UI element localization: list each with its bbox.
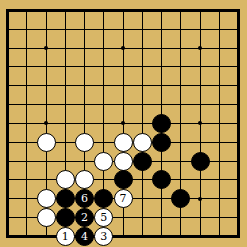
intersection-2-2 bbox=[36, 39, 55, 58]
intersection-4-4 bbox=[75, 76, 94, 95]
grid-line-v bbox=[46, 227, 47, 236]
go-board: 6725143 bbox=[0, 1, 247, 246]
grid-line-v bbox=[219, 227, 220, 236]
intersection-2-10 bbox=[36, 189, 55, 208]
intersection-4-3 bbox=[75, 58, 94, 77]
grid-line-v bbox=[103, 133, 104, 152]
grid-line-v bbox=[7, 76, 8, 95]
move-4-black-stone: 4 bbox=[75, 227, 94, 246]
intersection-7-4 bbox=[133, 76, 152, 95]
intersection-2-8 bbox=[36, 152, 55, 171]
intersection-12-7 bbox=[229, 133, 247, 152]
grid-line-v bbox=[142, 95, 143, 114]
grid-line-v bbox=[238, 189, 239, 208]
intersection-12-1 bbox=[229, 20, 247, 39]
intersection-9-2 bbox=[171, 39, 190, 58]
grid-line-v bbox=[123, 95, 124, 114]
grid-line-v bbox=[84, 39, 85, 58]
grid-line-v bbox=[180, 39, 181, 58]
intersection-7-9 bbox=[133, 171, 152, 190]
grid-line-v bbox=[180, 10, 181, 19]
intersection-6-7 bbox=[113, 133, 132, 152]
grid-line-v bbox=[180, 208, 181, 227]
intersection-11-6 bbox=[210, 114, 229, 133]
intersection-3-7 bbox=[56, 133, 75, 152]
intersection-0-5 bbox=[0, 95, 17, 114]
grid-line-v bbox=[7, 95, 8, 114]
star-point bbox=[121, 121, 125, 125]
intersection-7-6 bbox=[133, 114, 152, 133]
grid-line-v bbox=[219, 95, 220, 114]
intersection-11-7 bbox=[210, 133, 229, 152]
intersection-10-0 bbox=[190, 1, 209, 20]
grid-line-v bbox=[161, 208, 162, 227]
intersection-1-0 bbox=[17, 1, 36, 20]
grid-line-v bbox=[219, 58, 220, 77]
intersection-9-4 bbox=[171, 76, 190, 95]
grid-line-v bbox=[219, 114, 220, 133]
intersection-10-3 bbox=[190, 58, 209, 77]
intersection-5-6 bbox=[94, 114, 113, 133]
intersection-1-7 bbox=[17, 133, 36, 152]
grid-line-h bbox=[8, 123, 18, 124]
intersection-12-5 bbox=[229, 95, 247, 114]
grid-line-v bbox=[123, 58, 124, 77]
grid-line-v bbox=[219, 208, 220, 227]
intersection-10-1 bbox=[190, 20, 209, 39]
grid-line-v bbox=[7, 152, 8, 171]
grid-line-v bbox=[26, 133, 27, 152]
intersection-7-11 bbox=[133, 208, 152, 227]
intersection-1-6 bbox=[17, 114, 36, 133]
intersection-2-12 bbox=[36, 227, 55, 246]
grid-line-v bbox=[46, 10, 47, 19]
intersection-6-0 bbox=[113, 1, 132, 20]
grid-line-v bbox=[238, 20, 239, 39]
grid-line-v bbox=[103, 10, 104, 19]
grid-line-v bbox=[84, 95, 85, 114]
intersection-8-1 bbox=[152, 20, 171, 39]
grid-line-v bbox=[103, 114, 104, 133]
intersection-5-1 bbox=[94, 20, 113, 39]
star-point bbox=[198, 197, 202, 201]
white-stone bbox=[37, 133, 56, 152]
grid-line-v bbox=[46, 20, 47, 39]
intersection-5-11: 5 bbox=[94, 208, 113, 227]
grid-line-v bbox=[123, 208, 124, 227]
grid-line-v bbox=[7, 58, 8, 77]
grid-line-v bbox=[65, 20, 66, 39]
intersection-3-6 bbox=[56, 114, 75, 133]
grid-line-v bbox=[26, 76, 27, 95]
intersection-9-7 bbox=[171, 133, 190, 152]
intersection-3-0 bbox=[56, 1, 75, 20]
white-stone bbox=[94, 152, 113, 171]
grid-line-v bbox=[46, 152, 47, 171]
intersection-1-12 bbox=[17, 227, 36, 246]
intersection-10-9 bbox=[190, 171, 209, 190]
grid-line-v bbox=[180, 20, 181, 39]
grid-line-v bbox=[103, 95, 104, 114]
intersection-9-3 bbox=[171, 58, 190, 77]
intersection-12-11 bbox=[229, 208, 247, 227]
grid-line-v bbox=[180, 152, 181, 171]
intersection-4-6 bbox=[75, 114, 94, 133]
grid-line-v bbox=[219, 10, 220, 19]
grid-line-v bbox=[200, 227, 201, 236]
grid-line-v bbox=[84, 152, 85, 171]
black-stone bbox=[152, 133, 171, 152]
grid-line-v bbox=[26, 208, 27, 227]
intersection-4-5 bbox=[75, 95, 94, 114]
intersection-6-5 bbox=[113, 95, 132, 114]
intersection-1-10 bbox=[17, 189, 36, 208]
intersection-7-3 bbox=[133, 58, 152, 77]
grid-line-v bbox=[142, 171, 143, 190]
move-5-white-stone: 5 bbox=[94, 208, 113, 227]
grid-line-v bbox=[65, 10, 66, 19]
intersection-5-3 bbox=[94, 58, 113, 77]
intersection-2-1 bbox=[36, 20, 55, 39]
grid-line-v bbox=[7, 39, 8, 58]
black-stone bbox=[56, 189, 75, 208]
grid-line-v bbox=[103, 76, 104, 95]
intersection-6-4 bbox=[113, 76, 132, 95]
grid-line-h bbox=[8, 29, 18, 30]
black-stone bbox=[191, 152, 210, 171]
grid-line-v bbox=[26, 152, 27, 171]
intersection-2-4 bbox=[36, 76, 55, 95]
grid-line-v bbox=[26, 39, 27, 58]
intersection-0-12 bbox=[0, 227, 17, 246]
grid-line-h bbox=[8, 198, 18, 199]
grid-line-v bbox=[142, 114, 143, 133]
intersection-3-11 bbox=[56, 208, 75, 227]
intersection-7-12 bbox=[133, 227, 152, 246]
grid-line-v bbox=[65, 76, 66, 95]
grid-line-v bbox=[219, 76, 220, 95]
grid-line-v bbox=[200, 10, 201, 19]
black-stone bbox=[133, 152, 152, 171]
intersection-7-8 bbox=[133, 152, 152, 171]
intersection-11-3 bbox=[210, 58, 229, 77]
intersection-2-7 bbox=[36, 133, 55, 152]
intersection-1-2 bbox=[17, 39, 36, 58]
intersection-2-5 bbox=[36, 95, 55, 114]
intersection-6-12 bbox=[113, 227, 132, 246]
grid-line-v bbox=[123, 10, 124, 19]
intersection-6-2 bbox=[113, 39, 132, 58]
grid-line-v bbox=[142, 20, 143, 39]
grid-line-v bbox=[46, 58, 47, 77]
grid-line-v bbox=[84, 10, 85, 19]
grid-line-v bbox=[7, 171, 8, 190]
intersection-11-1 bbox=[210, 20, 229, 39]
intersection-8-12 bbox=[152, 227, 171, 246]
intersection-9-12 bbox=[171, 227, 190, 246]
grid-line-v bbox=[161, 152, 162, 171]
grid-line-v bbox=[26, 171, 27, 190]
intersection-11-5 bbox=[210, 95, 229, 114]
white-stone bbox=[37, 189, 56, 208]
grid-line-v bbox=[142, 208, 143, 227]
intersection-0-10 bbox=[0, 189, 17, 208]
intersection-8-9 bbox=[152, 171, 171, 190]
grid-line-v bbox=[219, 189, 220, 208]
intersection-0-0 bbox=[0, 1, 17, 20]
intersection-11-11 bbox=[210, 208, 229, 227]
grid-line-v bbox=[200, 76, 201, 95]
intersection-7-7 bbox=[133, 133, 152, 152]
intersection-6-1 bbox=[113, 20, 132, 39]
star-point bbox=[198, 121, 202, 125]
grid-line-v bbox=[200, 171, 201, 190]
intersection-4-7 bbox=[75, 133, 94, 152]
grid-line-v bbox=[84, 76, 85, 95]
intersection-5-9 bbox=[94, 171, 113, 190]
grid-line-v bbox=[7, 20, 8, 39]
intersection-3-1 bbox=[56, 20, 75, 39]
grid-line-v bbox=[238, 10, 239, 19]
white-stone bbox=[56, 170, 75, 189]
grid-line-v bbox=[238, 133, 239, 152]
intersection-4-11: 2 bbox=[75, 208, 94, 227]
grid-line-h bbox=[8, 85, 18, 86]
grid-line-v bbox=[7, 10, 8, 19]
intersection-8-0 bbox=[152, 1, 171, 20]
grid-line-v bbox=[200, 133, 201, 152]
intersection-6-8 bbox=[113, 152, 132, 171]
move-3-white-stone: 3 bbox=[94, 227, 113, 246]
grid-line-v bbox=[123, 76, 124, 95]
intersection-3-9 bbox=[56, 171, 75, 190]
grid-line-v bbox=[142, 39, 143, 58]
white-stone bbox=[75, 170, 94, 189]
grid-line-h bbox=[8, 66, 18, 67]
intersection-4-0 bbox=[75, 1, 94, 20]
intersection-8-5 bbox=[152, 95, 171, 114]
grid-line-h bbox=[8, 217, 18, 218]
grid-line-v bbox=[238, 58, 239, 77]
intersection-0-1 bbox=[0, 20, 17, 39]
grid-line-v bbox=[180, 133, 181, 152]
grid-line-v bbox=[7, 114, 8, 133]
grid-line-v bbox=[238, 95, 239, 114]
grid-line-v bbox=[26, 227, 27, 236]
intersection-2-11 bbox=[36, 208, 55, 227]
white-stone bbox=[75, 133, 94, 152]
grid-line-v bbox=[142, 227, 143, 236]
grid-line-v bbox=[84, 114, 85, 133]
grid-line-h bbox=[8, 142, 18, 143]
grid-line-v bbox=[142, 76, 143, 95]
intersection-4-9 bbox=[75, 171, 94, 190]
intersection-0-8 bbox=[0, 152, 17, 171]
grid-line-v bbox=[26, 95, 27, 114]
intersection-3-12: 1 bbox=[56, 227, 75, 246]
intersection-8-8 bbox=[152, 152, 171, 171]
intersection-1-1 bbox=[17, 20, 36, 39]
intersection-1-11 bbox=[17, 208, 36, 227]
grid-line-h bbox=[8, 236, 18, 237]
black-stone bbox=[114, 170, 133, 189]
intersection-0-9 bbox=[0, 171, 17, 190]
intersection-0-3 bbox=[0, 58, 17, 77]
intersection-9-1 bbox=[171, 20, 190, 39]
grid-line-v bbox=[200, 95, 201, 114]
grid-line-v bbox=[142, 10, 143, 19]
intersection-11-9 bbox=[210, 171, 229, 190]
grid-line-v bbox=[26, 189, 27, 208]
intersection-8-6 bbox=[152, 114, 171, 133]
grid-line-v bbox=[238, 171, 239, 190]
grid-line-v bbox=[65, 152, 66, 171]
grid-line-v bbox=[180, 227, 181, 236]
intersection-4-12: 4 bbox=[75, 227, 94, 246]
intersection-1-8 bbox=[17, 152, 36, 171]
intersection-1-4 bbox=[17, 76, 36, 95]
grid-line-v bbox=[238, 227, 239, 236]
grid-line-v bbox=[103, 20, 104, 39]
grid-line-v bbox=[219, 133, 220, 152]
intersection-12-10 bbox=[229, 189, 247, 208]
intersection-8-4 bbox=[152, 76, 171, 95]
intersection-12-4 bbox=[229, 76, 247, 95]
intersection-3-5 bbox=[56, 95, 75, 114]
white-stone bbox=[114, 152, 133, 171]
black-stone bbox=[94, 189, 113, 208]
intersection-3-8 bbox=[56, 152, 75, 171]
intersection-5-12: 3 bbox=[94, 227, 113, 246]
grid-line-v bbox=[161, 76, 162, 95]
star-point bbox=[198, 46, 202, 50]
intersection-0-2 bbox=[0, 39, 17, 58]
grid-line-v bbox=[7, 208, 8, 227]
intersection-3-3 bbox=[56, 58, 75, 77]
grid-line-v bbox=[161, 39, 162, 58]
intersection-4-1 bbox=[75, 20, 94, 39]
grid-line-h bbox=[8, 48, 18, 49]
intersection-9-10 bbox=[171, 189, 190, 208]
grid-line-v bbox=[238, 152, 239, 171]
grid-line-v bbox=[219, 152, 220, 171]
intersection-8-2 bbox=[152, 39, 171, 58]
grid-line-v bbox=[219, 171, 220, 190]
intersection-6-11 bbox=[113, 208, 132, 227]
grid-line-v bbox=[180, 76, 181, 95]
grid-line-v bbox=[142, 58, 143, 77]
intersection-12-2 bbox=[229, 39, 247, 58]
intersection-6-9 bbox=[113, 171, 132, 190]
grid-line-v bbox=[65, 58, 66, 77]
intersection-12-6 bbox=[229, 114, 247, 133]
intersection-3-10 bbox=[56, 189, 75, 208]
intersection-9-5 bbox=[171, 95, 190, 114]
intersection-9-6 bbox=[171, 114, 190, 133]
intersection-10-2 bbox=[190, 39, 209, 58]
intersection-10-4 bbox=[190, 76, 209, 95]
grid-line-v bbox=[7, 133, 8, 152]
intersection-5-10 bbox=[94, 189, 113, 208]
intersection-4-2 bbox=[75, 39, 94, 58]
grid-line-v bbox=[180, 95, 181, 114]
grid-line-v bbox=[65, 133, 66, 152]
white-stone bbox=[114, 133, 133, 152]
grid-line-v bbox=[84, 58, 85, 77]
intersection-7-1 bbox=[133, 20, 152, 39]
intersection-10-5 bbox=[190, 95, 209, 114]
grid-line-h bbox=[8, 161, 18, 162]
grid-line-v bbox=[65, 39, 66, 58]
grid-line-h bbox=[8, 104, 18, 105]
star-point bbox=[44, 46, 48, 50]
intersection-10-10 bbox=[190, 189, 209, 208]
intersection-5-0 bbox=[94, 1, 113, 20]
grid-line-v bbox=[200, 58, 201, 77]
intersection-6-3 bbox=[113, 58, 132, 77]
intersection-8-3 bbox=[152, 58, 171, 77]
star-point bbox=[121, 46, 125, 50]
intersection-4-10: 6 bbox=[75, 189, 94, 208]
intersection-9-11 bbox=[171, 208, 190, 227]
move-2-black-stone: 2 bbox=[75, 208, 94, 227]
grid-line-v bbox=[123, 227, 124, 236]
grid-line-v bbox=[161, 227, 162, 236]
grid-line-v bbox=[200, 20, 201, 39]
grid-line-v bbox=[26, 20, 27, 39]
intersection-9-8 bbox=[171, 152, 190, 171]
intersection-0-6 bbox=[0, 114, 17, 133]
star-point bbox=[44, 121, 48, 125]
grid-line-v bbox=[103, 58, 104, 77]
intersection-1-9 bbox=[17, 171, 36, 190]
intersection-5-5 bbox=[94, 95, 113, 114]
intersection-3-2 bbox=[56, 39, 75, 58]
grid-line-v bbox=[46, 76, 47, 95]
grid-line-v bbox=[180, 171, 181, 190]
grid-line-v bbox=[26, 10, 27, 19]
grid-line-v bbox=[26, 58, 27, 77]
intersection-0-4 bbox=[0, 76, 17, 95]
white-stone bbox=[37, 208, 56, 227]
intersection-12-9 bbox=[229, 171, 247, 190]
intersection-6-10: 7 bbox=[113, 189, 132, 208]
grid-line-v bbox=[7, 227, 8, 236]
intersection-0-11 bbox=[0, 208, 17, 227]
grid-line-v bbox=[46, 171, 47, 190]
intersection-9-0 bbox=[171, 1, 190, 20]
black-stone bbox=[171, 189, 190, 208]
intersection-11-8 bbox=[210, 152, 229, 171]
intersection-4-8 bbox=[75, 152, 94, 171]
intersection-8-11 bbox=[152, 208, 171, 227]
intersection-5-2 bbox=[94, 39, 113, 58]
intersection-11-2 bbox=[210, 39, 229, 58]
intersection-7-5 bbox=[133, 95, 152, 114]
grid-line-v bbox=[161, 10, 162, 19]
intersection-10-12 bbox=[190, 227, 209, 246]
intersection-2-9 bbox=[36, 171, 55, 190]
intersection-8-7 bbox=[152, 133, 171, 152]
intersection-11-12 bbox=[210, 227, 229, 246]
intersection-0-7 bbox=[0, 133, 17, 152]
intersection-2-0 bbox=[36, 1, 55, 20]
grid-line-v bbox=[26, 114, 27, 133]
grid-line-v bbox=[84, 20, 85, 39]
grid-line-v bbox=[142, 189, 143, 208]
intersection-12-12 bbox=[229, 227, 247, 246]
intersection-1-3 bbox=[17, 58, 36, 77]
